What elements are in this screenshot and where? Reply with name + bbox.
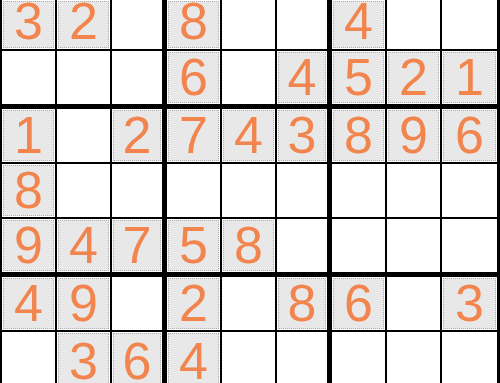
cell-r4-c7[interactable] <box>332 164 387 219</box>
given-digit: 9 <box>69 277 98 329</box>
cell-r3-c1: 1 <box>2 109 57 164</box>
cell-r5-c4: 5 <box>167 219 222 277</box>
cell-r6-c6: 8 <box>277 277 332 332</box>
cell-r5-c8[interactable] <box>387 219 442 277</box>
sudoku-board: 32846452112743896894758492863364 <box>0 0 500 383</box>
cell-r4-c4[interactable] <box>167 164 222 219</box>
given-digit: 9 <box>399 109 428 161</box>
cell-r6-c3[interactable] <box>112 277 167 332</box>
cell-r1-c8[interactable] <box>387 0 442 51</box>
cell-r7-c1[interactable] <box>2 332 57 383</box>
given-digit: 8 <box>179 0 208 47</box>
cell-r1-c9[interactable] <box>442 0 497 51</box>
given-digit: 1 <box>455 51 484 103</box>
given-digit: 1 <box>14 109 43 161</box>
cell-r7-c9[interactable] <box>442 332 497 383</box>
cell-r3-c7: 8 <box>332 109 387 164</box>
given-digit: 6 <box>455 109 484 161</box>
cell-r3-c6: 3 <box>277 109 332 164</box>
given-digit: 3 <box>455 277 484 329</box>
cell-r7-c5[interactable] <box>222 332 277 383</box>
given-digit: 8 <box>14 164 43 216</box>
given-digit: 4 <box>234 109 263 161</box>
given-digit: 4 <box>344 0 373 47</box>
cell-r6-c4: 2 <box>167 277 222 332</box>
cell-r4-c2[interactable] <box>57 164 112 219</box>
cell-r7-c3: 6 <box>112 332 167 383</box>
given-digit: 3 <box>288 109 317 161</box>
given-digit: 2 <box>69 0 98 47</box>
given-digit: 5 <box>344 51 373 103</box>
cell-r3-c3: 2 <box>112 109 167 164</box>
given-digit: 4 <box>288 51 317 103</box>
given-digit: 3 <box>69 335 98 383</box>
cell-r6-c7: 6 <box>332 277 387 332</box>
sudoku-grid: 32846452112743896894758492863364 <box>2 0 497 383</box>
given-digit: 8 <box>344 109 373 161</box>
given-digit: 2 <box>179 277 208 329</box>
given-digit: 7 <box>179 109 208 161</box>
given-digit: 2 <box>399 51 428 103</box>
cell-r1-c1: 3 <box>2 0 57 51</box>
cell-r5-c9[interactable] <box>442 219 497 277</box>
cell-r6-c1: 4 <box>2 277 57 332</box>
cell-r1-c5[interactable] <box>222 0 277 51</box>
cell-r3-c4: 7 <box>167 109 222 164</box>
cell-r1-c6[interactable] <box>277 0 332 51</box>
cell-r6-c8[interactable] <box>387 277 442 332</box>
given-digit: 3 <box>14 0 43 47</box>
cell-r4-c9[interactable] <box>442 164 497 219</box>
cell-r7-c7[interactable] <box>332 332 387 383</box>
cell-r4-c6[interactable] <box>277 164 332 219</box>
cell-r4-c5[interactable] <box>222 164 277 219</box>
cell-r1-c3[interactable] <box>112 0 167 51</box>
cell-r1-c2: 2 <box>57 0 112 51</box>
given-digit: 6 <box>179 51 208 103</box>
cell-r2-c6: 4 <box>277 51 332 109</box>
cell-r5-c1: 9 <box>2 219 57 277</box>
cell-r2-c2[interactable] <box>57 51 112 109</box>
given-digit: 4 <box>179 335 208 383</box>
cell-r6-c2: 9 <box>57 277 112 332</box>
cell-r2-c1[interactable] <box>2 51 57 109</box>
cell-r4-c3[interactable] <box>112 164 167 219</box>
given-digit: 8 <box>234 219 263 271</box>
cell-r3-c5: 4 <box>222 109 277 164</box>
cell-r2-c9: 1 <box>442 51 497 109</box>
given-digit: 8 <box>288 277 317 329</box>
cell-r2-c3[interactable] <box>112 51 167 109</box>
cell-r5-c3: 7 <box>112 219 167 277</box>
cell-r5-c5: 8 <box>222 219 277 277</box>
given-digit: 2 <box>123 109 152 161</box>
given-digit: 6 <box>344 277 373 329</box>
cell-r4-c8[interactable] <box>387 164 442 219</box>
cell-r4-c1: 8 <box>2 164 57 219</box>
given-digit: 9 <box>14 219 43 271</box>
cell-r7-c4: 4 <box>167 332 222 383</box>
cell-r5-c2: 4 <box>57 219 112 277</box>
cell-r2-c4: 6 <box>167 51 222 109</box>
cell-r7-c2: 3 <box>57 332 112 383</box>
cell-r1-c7: 4 <box>332 0 387 51</box>
cell-r6-c5[interactable] <box>222 277 277 332</box>
given-digit: 5 <box>179 219 208 271</box>
cell-r1-c4: 8 <box>167 0 222 51</box>
cell-r3-c2[interactable] <box>57 109 112 164</box>
cell-r2-c7: 5 <box>332 51 387 109</box>
given-digit: 4 <box>14 277 43 329</box>
cell-r3-c8: 9 <box>387 109 442 164</box>
cell-r7-c6[interactable] <box>277 332 332 383</box>
cell-r2-c8: 2 <box>387 51 442 109</box>
given-digit: 7 <box>123 219 152 271</box>
given-digit: 4 <box>69 219 98 271</box>
cell-r3-c9: 6 <box>442 109 497 164</box>
cell-r2-c5[interactable] <box>222 51 277 109</box>
cell-r6-c9: 3 <box>442 277 497 332</box>
cell-r7-c8[interactable] <box>387 332 442 383</box>
cell-r5-c6[interactable] <box>277 219 332 277</box>
given-digit: 6 <box>123 335 152 383</box>
cell-r5-c7[interactable] <box>332 219 387 277</box>
